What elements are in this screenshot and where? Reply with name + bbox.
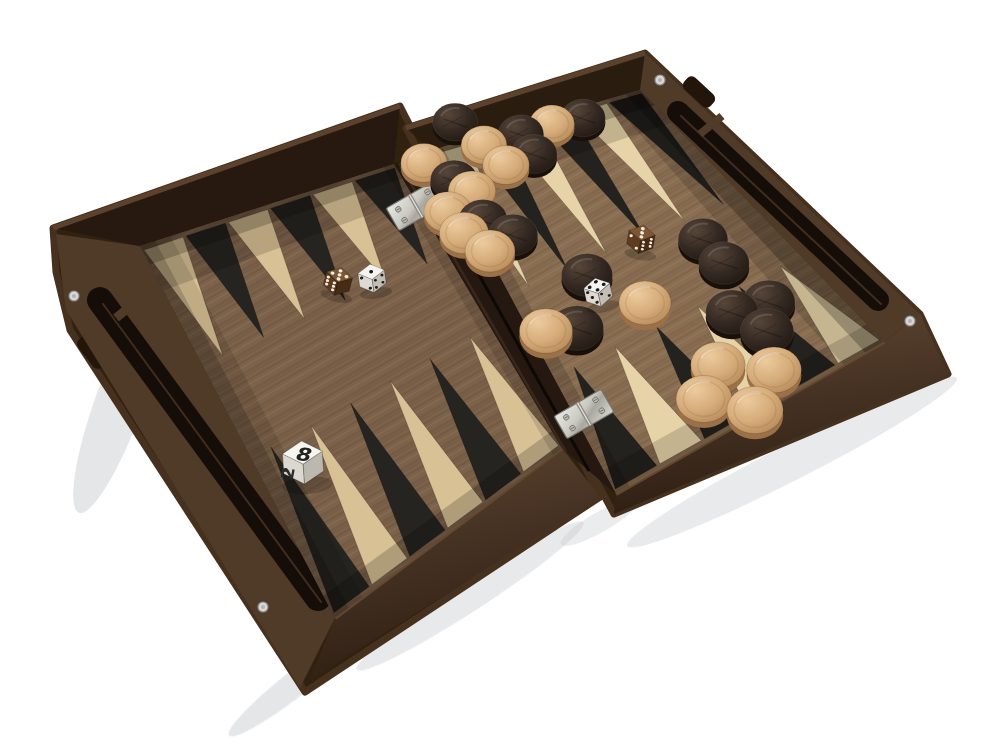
checker-light[interactable] [519,309,572,359]
board-scene: 82 [0,0,1000,750]
magnet-closure [69,291,79,301]
checker-light[interactable] [676,375,732,428]
magnet-closure [905,316,915,326]
checker-light[interactable] [465,230,515,277]
checker-dark[interactable] [699,242,750,289]
checker-light[interactable] [619,281,671,330]
magnet-closure [655,75,665,85]
backgammon-case-photo: 82 [0,0,1000,750]
magnet-closure [258,602,268,612]
checker-light[interactable] [727,386,783,439]
